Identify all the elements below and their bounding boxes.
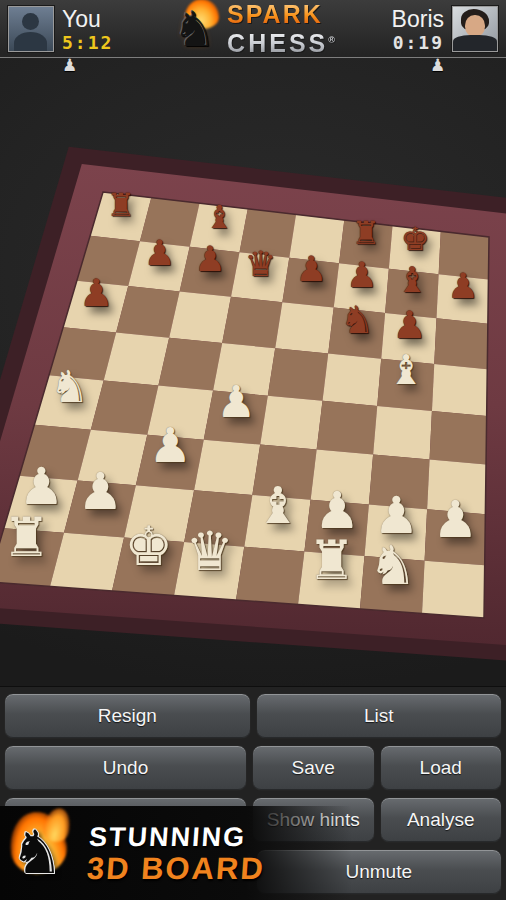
square[interactable] <box>360 556 425 613</box>
square[interactable] <box>275 302 334 353</box>
square[interactable] <box>430 411 487 464</box>
menu-row-1: ResignList <box>0 693 506 739</box>
brand-chess: CHESS® <box>227 27 335 56</box>
sparkchess-logo: ♞ SPARK CHESS® <box>171 1 335 57</box>
square[interactable] <box>180 247 240 297</box>
resign-button[interactable]: Resign <box>4 693 251 739</box>
avatar-silhouette-icon <box>22 13 39 30</box>
square[interactable] <box>236 547 304 605</box>
square[interactable] <box>112 537 184 595</box>
player-left-clock: 5:12 <box>62 32 113 54</box>
save-button[interactable]: Save <box>252 745 375 791</box>
sparkchess-app: You 5:12 Boris 0:19 ♞ SPARK CHESS® <box>0 0 506 900</box>
square[interactable] <box>136 435 204 490</box>
square[interactable] <box>222 297 282 348</box>
player-left-name: You <box>62 6 113 32</box>
square[interactable] <box>334 263 389 313</box>
banner-line1: STUNNING <box>88 822 268 852</box>
square[interactable] <box>190 203 248 252</box>
square[interactable] <box>289 215 344 264</box>
square[interactable] <box>385 269 439 319</box>
square[interactable] <box>282 258 339 308</box>
player-right-clock: 0:19 <box>392 32 444 54</box>
square[interactable] <box>158 338 222 391</box>
square[interactable] <box>169 291 231 343</box>
square[interactable] <box>311 450 373 505</box>
avatar-you[interactable] <box>8 6 54 52</box>
flaming-knight-icon: ♞ <box>0 806 86 900</box>
square[interactable] <box>422 561 485 618</box>
square[interactable] <box>436 274 488 324</box>
player-right-block: Boris 0:19 <box>384 0 506 60</box>
square[interactable] <box>304 500 368 556</box>
square[interactable] <box>339 220 392 269</box>
square[interactable] <box>184 490 252 547</box>
square[interactable] <box>377 359 434 411</box>
square[interactable] <box>213 343 275 396</box>
square[interactable] <box>427 459 486 514</box>
analyse-button[interactable]: Analyse <box>380 797 503 843</box>
square[interactable] <box>434 318 488 369</box>
captured-pawn-icon-left: ♟ <box>62 55 77 75</box>
square[interactable] <box>124 485 194 542</box>
square[interactable] <box>373 406 432 460</box>
square[interactable] <box>369 455 430 510</box>
banner-line2: 3D BOARD <box>86 852 266 885</box>
square[interactable] <box>244 495 310 551</box>
square[interactable] <box>174 542 244 600</box>
square[interactable] <box>432 364 487 416</box>
list-button[interactable]: List <box>256 693 503 739</box>
square[interactable] <box>204 391 268 445</box>
brand-spark: SPARK <box>227 1 335 27</box>
square[interactable] <box>364 505 427 561</box>
square[interactable] <box>317 401 378 455</box>
square[interactable] <box>381 313 436 364</box>
square[interactable] <box>389 226 441 274</box>
player-right-name: Boris <box>392 6 444 32</box>
square[interactable] <box>147 385 213 439</box>
undo-button[interactable]: Undo <box>4 745 247 791</box>
knight-logo-icon: ♞ <box>171 1 223 57</box>
promo-banner[interactable]: ♞ STUNNING 3D BOARD <box>0 806 352 900</box>
square[interactable] <box>323 353 382 405</box>
square[interactable] <box>231 252 289 302</box>
square[interactable] <box>328 308 385 359</box>
square[interactable] <box>252 445 316 500</box>
menu-row-2: UndoSaveLoad <box>0 745 506 791</box>
square[interactable] <box>425 509 486 565</box>
square[interactable] <box>268 348 328 401</box>
avatar-boris[interactable] <box>452 6 498 52</box>
captured-pawn-icon-right: ♟ <box>430 55 445 75</box>
square[interactable] <box>194 440 260 495</box>
square[interactable] <box>439 231 489 279</box>
square[interactable] <box>239 209 296 258</box>
load-button[interactable]: Load <box>380 745 503 791</box>
square[interactable] <box>298 551 364 609</box>
square[interactable] <box>260 396 322 450</box>
player-left-block: You 5:12 <box>0 0 121 60</box>
